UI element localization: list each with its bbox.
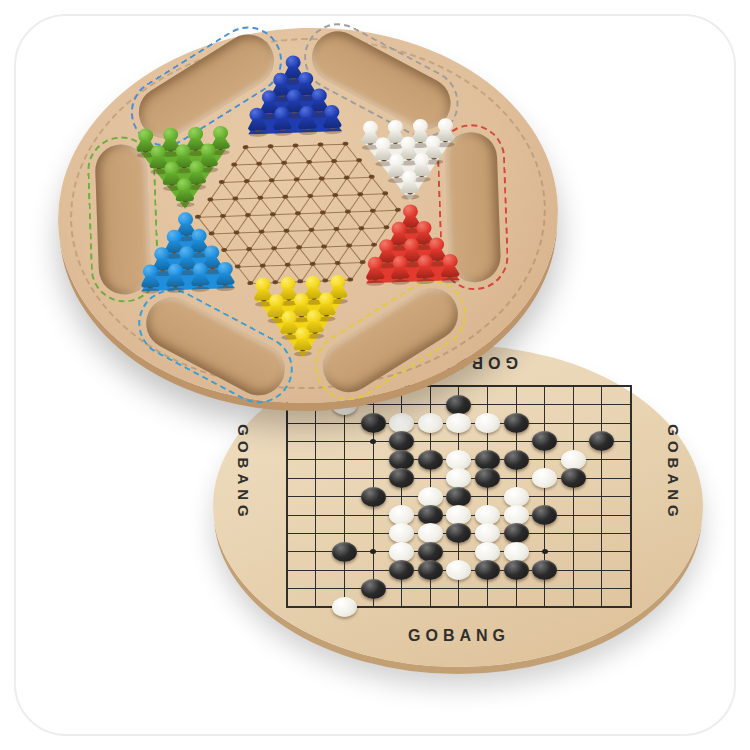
- gobang-cell-6-7[interactable]: [416, 487, 445, 505]
- gobang-cell-2-4[interactable]: [302, 432, 331, 450]
- stone-white[interactable]: [418, 523, 443, 543]
- stone-black[interactable]: [475, 450, 500, 470]
- chinese-checkers-board: [52, 19, 565, 411]
- peg-hole[interactable]: [283, 228, 289, 233]
- peg-body: [440, 265, 459, 278]
- gobang-cell-11-4[interactable]: [559, 432, 588, 450]
- gobang-cell-10-9[interactable]: [530, 524, 559, 542]
- gobang-cell-12-2[interactable]: [588, 395, 617, 413]
- gobang-cell-7-12[interactable]: [445, 579, 474, 597]
- gobang-cell-1-6[interactable]: [273, 469, 302, 487]
- gobang-cell-3-4[interactable]: [330, 432, 359, 450]
- peg-body: [273, 118, 292, 131]
- gobang-cell-8-5[interactable]: [473, 451, 502, 469]
- stone-white[interactable]: [504, 505, 529, 525]
- gobang-cell-8-4[interactable]: [473, 432, 502, 450]
- peg-red[interactable]: [413, 255, 436, 283]
- gobang-cell-11-2[interactable]: [559, 395, 588, 413]
- stone-white[interactable]: [475, 542, 500, 562]
- peg-hole[interactable]: [282, 194, 288, 199]
- gobang-cell-4-3[interactable]: [359, 414, 388, 432]
- gobang-cell-8-11[interactable]: [473, 561, 502, 579]
- gobang-cell-12-3[interactable]: [588, 414, 617, 432]
- peg-navy-blue[interactable]: [296, 106, 319, 134]
- gobang-cell-5-4[interactable]: [387, 432, 416, 450]
- peg-cyan-blue[interactable]: [214, 262, 237, 290]
- gobang-cell-2-7[interactable]: [302, 487, 331, 505]
- gobang-cell-13-10[interactable]: [616, 543, 645, 561]
- gobang-cell-11-7[interactable]: [559, 487, 588, 505]
- gobang-cell-2-8[interactable]: [302, 506, 331, 524]
- gobang-cell-12-9[interactable]: [588, 524, 617, 542]
- gobang-cell-4-7[interactable]: [359, 487, 388, 505]
- gobang-cell-13-5[interactable]: [616, 451, 645, 469]
- gobang-cell-6-3[interactable]: [416, 414, 445, 432]
- stone-black[interactable]: [418, 560, 443, 580]
- gobang-cell-13-3[interactable]: [616, 414, 645, 432]
- gobang-cell-5-7[interactable]: [387, 487, 416, 505]
- gobang-cell-12-13[interactable]: [588, 598, 617, 616]
- stone-white[interactable]: [504, 487, 529, 507]
- gobang-cell-2-11[interactable]: [302, 561, 331, 579]
- gobang-cell-3-13[interactable]: [330, 598, 359, 616]
- gobang-cell-12-4[interactable]: [588, 432, 617, 450]
- gobang-cell-5-9[interactable]: [387, 524, 416, 542]
- gobang-cell-11-9[interactable]: [559, 524, 588, 542]
- peg-white[interactable]: [398, 170, 421, 198]
- peg-hole[interactable]: [256, 161, 262, 166]
- stone-black[interactable]: [389, 560, 414, 580]
- gobang-cell-5-3[interactable]: [387, 414, 416, 432]
- gobang-cell-8-13[interactable]: [473, 598, 502, 616]
- stone-black[interactable]: [446, 487, 471, 507]
- stone-white[interactable]: [418, 413, 443, 433]
- gobang-cell-1-11[interactable]: [273, 561, 302, 579]
- stone-black[interactable]: [504, 413, 529, 433]
- gobang-cell-8-10[interactable]: [473, 543, 502, 561]
- peg-hole[interactable]: [332, 193, 338, 198]
- gobang-cell-12-12[interactable]: [588, 579, 617, 597]
- stone-black[interactable]: [361, 487, 386, 507]
- gobang-cell-4-13[interactable]: [359, 598, 388, 616]
- stone-white[interactable]: [389, 523, 414, 543]
- gobang-cell-13-13[interactable]: [616, 598, 645, 616]
- gobang-cell-5-13[interactable]: [387, 598, 416, 616]
- gobang-cell-11-6[interactable]: [559, 469, 588, 487]
- gobang-cell-1-13[interactable]: [273, 598, 302, 616]
- gobang-cell-5-12[interactable]: [387, 579, 416, 597]
- gobang-cell-9-5[interactable]: [502, 451, 531, 469]
- gobang-cell-11-11[interactable]: [559, 561, 588, 579]
- gobang-cell-10-10[interactable]: [530, 543, 559, 561]
- gobang-cell-8-12[interactable]: [473, 579, 502, 597]
- stone-black[interactable]: [332, 542, 357, 562]
- gobang-cell-10-3[interactable]: [530, 414, 559, 432]
- gobang-cell-3-6[interactable]: [330, 469, 359, 487]
- gobang-cell-12-10[interactable]: [588, 543, 617, 561]
- stone-black[interactable]: [504, 560, 529, 580]
- stone-black[interactable]: [475, 560, 500, 580]
- gobang-cell-1-8[interactable]: [273, 506, 302, 524]
- gobang-cell-10-8[interactable]: [530, 506, 559, 524]
- peg-cyan-blue[interactable]: [164, 263, 187, 291]
- stone-white[interactable]: [446, 450, 471, 470]
- gobang-cell-9-13[interactable]: [502, 598, 531, 616]
- gobang-cell-7-11[interactable]: [445, 561, 474, 579]
- gobang-cell-10-6[interactable]: [530, 469, 559, 487]
- peg-body: [323, 116, 342, 129]
- gobang-cell-7-6[interactable]: [445, 469, 474, 487]
- gobang-cell-8-9[interactable]: [473, 524, 502, 542]
- gobang-cell-4-6[interactable]: [359, 469, 388, 487]
- stone-black[interactable]: [532, 431, 557, 451]
- peg-red[interactable]: [438, 254, 461, 282]
- peg-body: [141, 275, 160, 288]
- peg-hole[interactable]: [258, 229, 264, 234]
- gobang-cell-9-11[interactable]: [502, 561, 531, 579]
- gobang-cell-3-11[interactable]: [330, 561, 359, 579]
- gobang-cell-11-5[interactable]: [559, 451, 588, 469]
- peg-cyan-blue[interactable]: [189, 262, 212, 290]
- gobang-cell-10-2[interactable]: [530, 395, 559, 413]
- gobang-cell-11-13[interactable]: [559, 598, 588, 616]
- gobang-cell-1-3[interactable]: [273, 414, 302, 432]
- peg-navy-blue[interactable]: [321, 105, 344, 133]
- stone-black[interactable]: [446, 523, 471, 543]
- stone-white[interactable]: [446, 413, 471, 433]
- gobang-cell-7-3[interactable]: [445, 414, 474, 432]
- gobang-cell-4-5[interactable]: [359, 451, 388, 469]
- gobang-cell-11-3[interactable]: [559, 414, 588, 432]
- peg-hole[interactable]: [232, 196, 238, 201]
- stone-black[interactable]: [532, 505, 557, 525]
- gobang-cell-13-9[interactable]: [616, 524, 645, 542]
- gobang-cell-13-7[interactable]: [616, 487, 645, 505]
- gobang-cell-5-8[interactable]: [387, 506, 416, 524]
- gobang-cell-12-6[interactable]: [588, 469, 617, 487]
- stone-white[interactable]: [446, 560, 471, 580]
- gobang-cell-6-11[interactable]: [416, 561, 445, 579]
- peg-hole[interactable]: [357, 192, 363, 197]
- peg-hole[interactable]: [331, 159, 337, 164]
- peg-hole[interactable]: [207, 197, 213, 202]
- gobang-cell-11-12[interactable]: [559, 579, 588, 597]
- gobang-cell-9-2[interactable]: [502, 395, 531, 413]
- gobang-cell-5-10[interactable]: [387, 543, 416, 561]
- peg-hole[interactable]: [307, 194, 313, 199]
- stone-white[interactable]: [389, 542, 414, 562]
- stone-white[interactable]: [446, 468, 471, 488]
- stone-black[interactable]: [532, 560, 557, 580]
- gobang-cell-10-4[interactable]: [530, 432, 559, 450]
- gobang-cell-4-9[interactable]: [359, 524, 388, 542]
- gobang-cell-11-10[interactable]: [559, 543, 588, 561]
- peg-hole[interactable]: [308, 227, 314, 232]
- peg-navy-blue[interactable]: [246, 107, 269, 135]
- gobang-cell-8-7[interactable]: [473, 487, 502, 505]
- gobang-cell-13-6[interactable]: [616, 469, 645, 487]
- gobang-cell-9-4[interactable]: [502, 432, 531, 450]
- gobang-cell-12-11[interactable]: [588, 561, 617, 579]
- stone-white[interactable]: [389, 413, 414, 433]
- gobang-cell-6-6[interactable]: [416, 469, 445, 487]
- gobang-cell-8-2[interactable]: [473, 395, 502, 413]
- gobang-cell-2-10[interactable]: [302, 543, 331, 561]
- gobang-cell-13-1[interactable]: [616, 377, 645, 395]
- gobang-cell-12-5[interactable]: [588, 451, 617, 469]
- gobang-cell-3-3[interactable]: [330, 414, 359, 432]
- stone-black[interactable]: [361, 413, 386, 433]
- gobang-cell-1-5[interactable]: [273, 451, 302, 469]
- gobang-cell-9-8[interactable]: [502, 506, 531, 524]
- peg-body: [175, 189, 194, 202]
- gobang-cell-4-12[interactable]: [359, 579, 388, 597]
- gobang-cell-2-12[interactable]: [302, 579, 331, 597]
- gobang-cell-3-10[interactable]: [330, 543, 359, 561]
- gobang-cell-1-7[interactable]: [273, 487, 302, 505]
- peg-hole[interactable]: [281, 160, 287, 165]
- peg-hole[interactable]: [257, 195, 263, 200]
- stone-black[interactable]: [389, 431, 414, 451]
- peg-yellow[interactable]: [291, 327, 314, 355]
- stone-white[interactable]: [475, 505, 500, 525]
- product-photo-canvas: GOBANG GOBANG GOBANG GOBANG: [0, 0, 750, 750]
- gobang-cell-9-3[interactable]: [502, 414, 531, 432]
- gobang-cell-9-7[interactable]: [502, 487, 531, 505]
- peg-hole[interactable]: [259, 263, 265, 268]
- gobang-cell-1-9[interactable]: [273, 524, 302, 542]
- stone-black[interactable]: [589, 431, 614, 451]
- gobang-cell-10-5[interactable]: [530, 451, 559, 469]
- gobang-cell-7-8[interactable]: [445, 506, 474, 524]
- gobang-cell-7-13[interactable]: [445, 598, 474, 616]
- gobang-label-left: GOBANG: [235, 424, 252, 522]
- peg-body: [390, 266, 409, 279]
- peg-red[interactable]: [363, 256, 386, 284]
- peg-hole[interactable]: [333, 227, 339, 232]
- gobang-cell-13-8[interactable]: [616, 506, 645, 524]
- gobang-cell-10-11[interactable]: [530, 561, 559, 579]
- stone-black[interactable]: [361, 579, 386, 599]
- peg-hole[interactable]: [334, 261, 340, 266]
- stone-white[interactable]: [532, 468, 557, 488]
- gobang-cell-4-4[interactable]: [359, 432, 388, 450]
- gobang-label-bottom: GOBANG: [408, 627, 510, 645]
- gobang-cell-6-4[interactable]: [416, 432, 445, 450]
- gobang-cell-9-10[interactable]: [502, 543, 531, 561]
- peg-navy-blue[interactable]: [271, 106, 294, 134]
- gobang-cell-9-9[interactable]: [502, 524, 531, 542]
- gobang-cell-5-11[interactable]: [387, 561, 416, 579]
- gobang-cell-7-10[interactable]: [445, 543, 474, 561]
- stone-white[interactable]: [504, 542, 529, 562]
- stone-black[interactable]: [418, 505, 443, 525]
- stone-white[interactable]: [561, 450, 586, 470]
- gobang-cell-7-7[interactable]: [445, 487, 474, 505]
- peg-body: [400, 181, 419, 194]
- peg-body: [165, 274, 184, 287]
- gobang-cell-2-3[interactable]: [302, 414, 331, 432]
- gobang-cell-2-9[interactable]: [302, 524, 331, 542]
- peg-body: [215, 273, 234, 286]
- gobang-cell-7-9[interactable]: [445, 524, 474, 542]
- stone-white[interactable]: [446, 505, 471, 525]
- peg-hole[interactable]: [284, 262, 290, 267]
- gobang-cell-9-12[interactable]: [502, 579, 531, 597]
- peg-body: [298, 117, 317, 130]
- gobang-cell-3-7[interactable]: [330, 487, 359, 505]
- peg-hole[interactable]: [358, 226, 364, 231]
- gobang-cell-12-1[interactable]: [588, 377, 617, 395]
- gobang-cell-13-12[interactable]: [616, 579, 645, 597]
- peg-body: [248, 118, 267, 131]
- gobang-cell-10-12[interactable]: [530, 579, 559, 597]
- stone-black[interactable]: [418, 450, 443, 470]
- gobang-cell-3-12[interactable]: [330, 579, 359, 597]
- gobang-cell-13-11[interactable]: [616, 561, 645, 579]
- stone-black[interactable]: [504, 450, 529, 470]
- gobang-cell-6-5[interactable]: [416, 451, 445, 469]
- stone-black[interactable]: [389, 450, 414, 470]
- gobang-cell-8-3[interactable]: [473, 414, 502, 432]
- peg-red[interactable]: [388, 255, 411, 283]
- gobang-cell-4-11[interactable]: [359, 561, 388, 579]
- gobang-cell-6-8[interactable]: [416, 506, 445, 524]
- gobang-cell-3-8[interactable]: [330, 506, 359, 524]
- stone-black[interactable]: [418, 542, 443, 562]
- gobang-cell-1-4[interactable]: [273, 432, 302, 450]
- peg-body: [293, 338, 312, 351]
- gobang-cell-5-6[interactable]: [387, 469, 416, 487]
- gobang-cell-4-8[interactable]: [359, 506, 388, 524]
- stone-black[interactable]: [504, 523, 529, 543]
- gobang-cell-2-5[interactable]: [302, 451, 331, 469]
- peg-body: [415, 266, 434, 279]
- peg-body: [365, 267, 384, 280]
- peg-hole[interactable]: [356, 158, 362, 163]
- gobang-cell-13-2[interactable]: [616, 395, 645, 413]
- gobang-cell-6-13[interactable]: [416, 598, 445, 616]
- peg-hole[interactable]: [231, 162, 237, 167]
- peg-hole[interactable]: [382, 191, 388, 196]
- gobang-cell-1-12[interactable]: [273, 579, 302, 597]
- peg-hole[interactable]: [233, 230, 239, 235]
- peg-cyan-blue[interactable]: [139, 264, 162, 292]
- gobang-cell-11-8[interactable]: [559, 506, 588, 524]
- gobang-cell-3-5[interactable]: [330, 451, 359, 469]
- gobang-cell-4-10[interactable]: [359, 543, 388, 561]
- peg-green[interactable]: [173, 178, 196, 206]
- gobang-cell-7-4[interactable]: [445, 432, 474, 450]
- gobang-cell-8-8[interactable]: [473, 506, 502, 524]
- peg-hole[interactable]: [306, 160, 312, 165]
- stone-white[interactable]: [418, 487, 443, 507]
- gobang-cell-9-6[interactable]: [502, 469, 531, 487]
- gobang-cell-10-13[interactable]: [530, 598, 559, 616]
- gobang-cell-6-12[interactable]: [416, 579, 445, 597]
- peg-body: [190, 273, 209, 286]
- stone-white[interactable]: [389, 505, 414, 525]
- peg-hole[interactable]: [309, 261, 315, 266]
- gobang-cell-2-6[interactable]: [302, 469, 331, 487]
- stone-white[interactable]: [475, 413, 500, 433]
- stone-black[interactable]: [475, 468, 500, 488]
- gobang-cell-13-4[interactable]: [616, 432, 645, 450]
- gobang-cell-7-5[interactable]: [445, 451, 474, 469]
- gobang-cell-2-13[interactable]: [302, 598, 331, 616]
- gobang-cell-6-10[interactable]: [416, 543, 445, 561]
- gobang-cell-5-5[interactable]: [387, 451, 416, 469]
- gobang-cell-12-8[interactable]: [588, 506, 617, 524]
- gobang-label-right: GOBANG: [665, 424, 682, 522]
- gobang-cell-8-6[interactable]: [473, 469, 502, 487]
- gobang-cell-12-7[interactable]: [588, 487, 617, 505]
- stone-black[interactable]: [561, 468, 586, 488]
- gobang-cell-1-10[interactable]: [273, 543, 302, 561]
- gobang-cell-3-9[interactable]: [330, 524, 359, 542]
- gobang-grid: [273, 377, 645, 617]
- stone-white[interactable]: [475, 523, 500, 543]
- gobang-cell-10-7[interactable]: [530, 487, 559, 505]
- stone-black[interactable]: [389, 468, 414, 488]
- stone-white[interactable]: [332, 597, 357, 617]
- gobang-cell-6-9[interactable]: [416, 524, 445, 542]
